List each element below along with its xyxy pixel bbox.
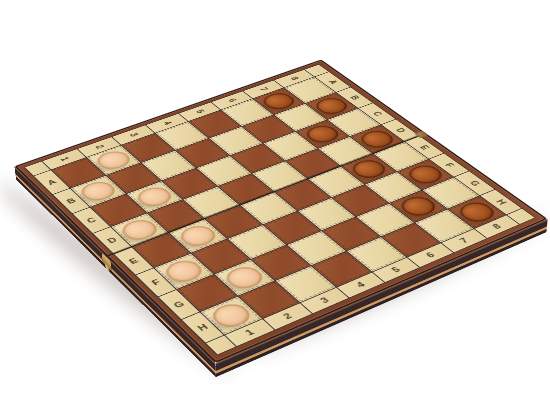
file-letter-label: F (150, 278, 162, 286)
file-letter-label: E (127, 257, 140, 265)
file-letter-label: A (46, 178, 58, 185)
rank-number-label: 2 (281, 312, 293, 321)
file-letter-label: G (172, 300, 186, 309)
file-letter-label: G (467, 179, 481, 186)
rank-number-label: 5 (390, 266, 402, 274)
file-letter-label: H (196, 323, 210, 332)
rank-number-label: 7 (258, 87, 269, 92)
rank-number-label: 6 (424, 251, 436, 259)
perspective-wrapper: 12345678AABBCCDDEEFFGGHH12345678 (83, 0, 467, 384)
file-letter-label: B (65, 197, 77, 205)
file-letter-label: D (106, 236, 119, 244)
file-letter-label: A (326, 79, 338, 85)
rank-number-label: 8 (491, 223, 503, 230)
rank-number-label: 4 (355, 281, 367, 289)
rank-number-label: 6 (226, 98, 238, 103)
rank-number-label: 3 (318, 296, 330, 304)
rank-number-label: 8 (288, 76, 299, 81)
file-letter-label: F (443, 162, 456, 168)
game-board: 12345678AABBCCDDEEFFGGHH12345678 (14, 60, 547, 364)
rank-number-label: 2 (93, 144, 105, 150)
product-photo-scene: 12345678AABBCCDDEEFFGGHH12345678 (0, 0, 550, 413)
file-letter-label: D (394, 127, 407, 133)
file-letter-label: B (348, 95, 360, 101)
clasp-knob-icon (105, 262, 110, 273)
file-letter-label: C (371, 111, 384, 117)
board-top-face: 12345678AABBCCDDEEFFGGHH12345678 (14, 60, 547, 364)
file-letter-label: H (494, 198, 508, 205)
rank-number-label: 3 (127, 132, 139, 138)
rank-number-label: 7 (458, 237, 470, 245)
rank-number-label: 1 (244, 328, 256, 337)
file-letter-label: C (85, 216, 98, 224)
rank-number-label: 4 (161, 120, 173, 126)
rank-number-label: 1 (58, 156, 70, 162)
rank-number-label: 5 (194, 109, 206, 114)
file-letter-label: E (418, 144, 431, 150)
